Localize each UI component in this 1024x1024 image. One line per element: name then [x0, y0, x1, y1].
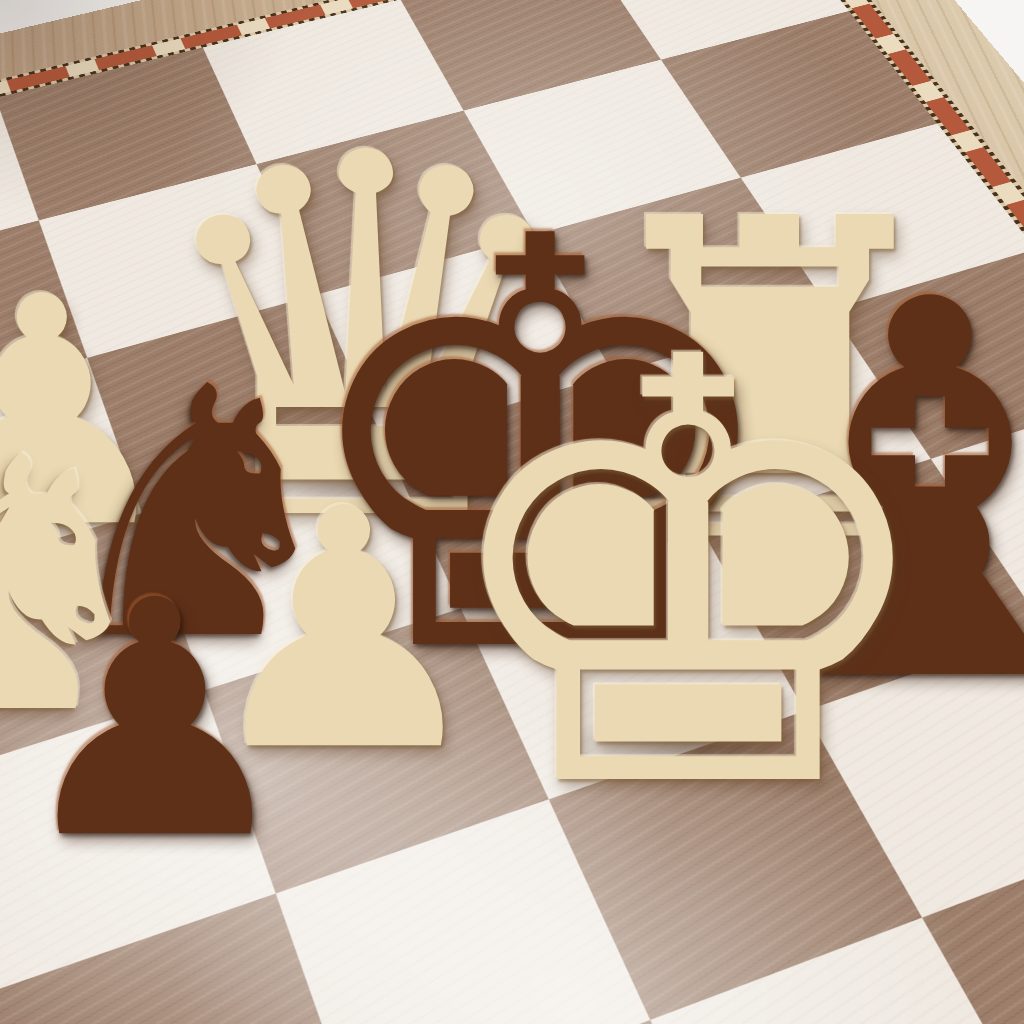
- pieces-layer: ♛♟♜♚♞♝♞♟♚♟: [0, 0, 1024, 1024]
- white-king[interactable]: ♚: [396, 284, 981, 869]
- black-pawn[interactable]: ♟: [0, 558, 318, 883]
- chess-set-photo: ♛♟♜♚♞♝♞♟♚♟: [0, 0, 1024, 1024]
